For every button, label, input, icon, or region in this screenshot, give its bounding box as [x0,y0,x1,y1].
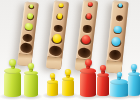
cylinder-block-yellow [46,0,69,69]
loose-cylinder-yellow-medium [62,79,74,96]
cylinder-top-face [80,68,96,73]
knob-blue-3 [114,25,122,33]
photo-stage: Overhead product photo of a wooden Monte… [0,0,140,100]
loose-cylinder-green-medium [24,73,38,97]
block-end-face [46,56,62,70]
knob-ball [131,64,137,70]
cylinder-block-green [17,1,39,66]
knob-green-3 [25,22,33,30]
hole-2-empty [115,15,123,21]
hole-3-empty [82,25,92,33]
knob-ball [9,59,16,66]
knob-red-1 [88,2,93,7]
cylinder-block-blue [105,0,128,73]
knob-yellow-1 [59,3,64,8]
knob-ball [85,59,92,66]
cylinder-body [128,74,140,96]
scene-description: Overhead product photo of a wooden Monte… [0,0,1,1]
cylinder-body [62,79,74,96]
loose-cylinder-blue-narrow-tall [128,74,140,96]
cylinder-body [24,73,38,97]
knob-ball [28,63,34,69]
knob-ball [65,69,71,75]
knob-ball [100,65,106,71]
knob-ball [117,72,122,77]
